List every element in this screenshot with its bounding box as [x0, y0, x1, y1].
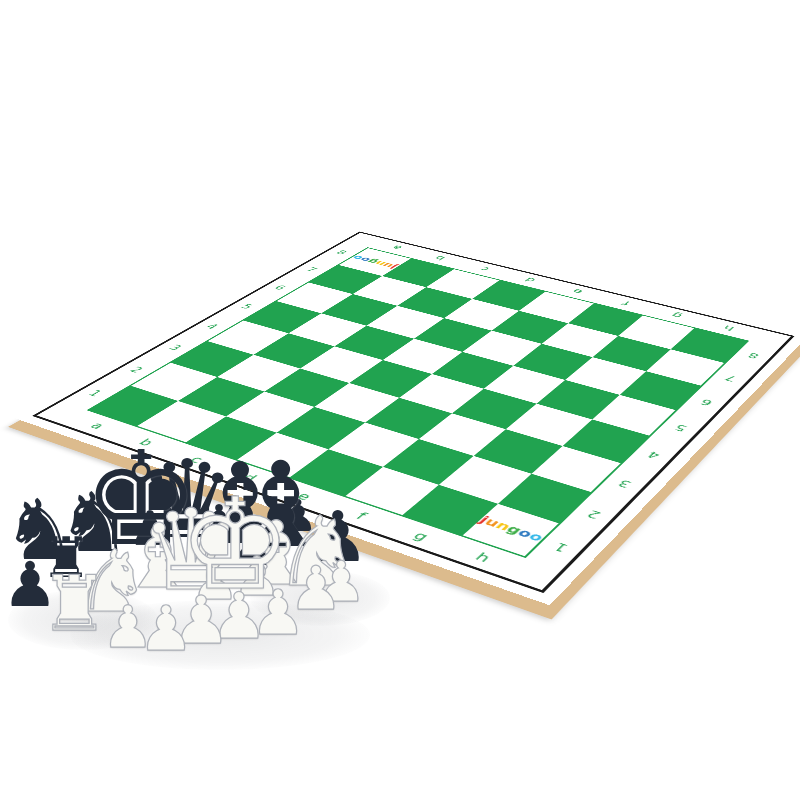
white-rook: ♜ [40, 566, 108, 642]
piece-cluster: ♞♟♞♜♚♟♛♟♝♟♝♟♟♜♞♝♛♟♚♟♝♞♟♟♟♟♟♟♟ [0, 0, 800, 800]
white-pawn: ♟ [138, 598, 194, 660]
product-photo: abcdefgh abcdefgh 87654321 87654321 jung… [0, 0, 800, 800]
